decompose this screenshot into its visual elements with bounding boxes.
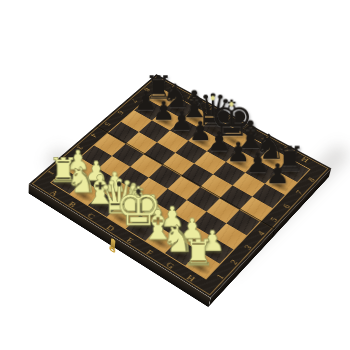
photo-canvas: ABCDEFGH ABCDEFGH 87654321 87654321 ♜♞♝♛… (0, 0, 350, 350)
piece-white-rook-h1[interactable]: ♜ (173, 226, 222, 269)
square-h5[interactable] (239, 197, 272, 222)
fold-seam-side (272, 229, 275, 239)
finial-tip (136, 188, 140, 193)
scene-3d: ABCDEFGH ABCDEFGH 87654321 87654321 ♜♞♝♛… (0, 0, 350, 350)
brass-clasp-latch[interactable] (110, 238, 115, 251)
chess-board: ABCDEFGH ABCDEFGH 87654321 87654321 ♜♞♝♛… (29, 74, 331, 298)
square-g5[interactable] (220, 185, 253, 209)
finial-tip (229, 101, 233, 106)
piece-glyph: ♟ (265, 161, 289, 187)
piece-glyph: ♜ (182, 234, 215, 269)
square-f5[interactable] (200, 174, 232, 198)
piece-black-pawn-h7[interactable]: ♟ (254, 154, 300, 187)
